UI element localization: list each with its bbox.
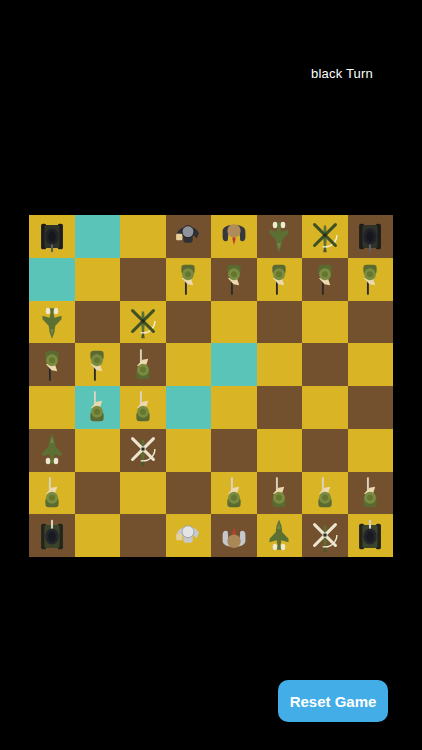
piece-black-soldier: [77, 346, 117, 384]
square-d5[interactable]: [166, 343, 212, 386]
square-d6[interactable]: [166, 301, 212, 344]
square-e3[interactable]: [211, 429, 257, 472]
piece-black-general: [214, 217, 254, 255]
piece-black-soldier: [305, 260, 345, 298]
piece-white-general: [214, 517, 254, 555]
piece-black-tank: [32, 217, 72, 255]
square-b3[interactable]: [75, 429, 121, 472]
square-a6[interactable]: [29, 301, 75, 344]
square-f4[interactable]: [257, 386, 303, 429]
reset-game-button[interactable]: Reset Game: [278, 680, 388, 722]
square-h1[interactable]: [348, 514, 394, 557]
piece-white-soldier: [77, 388, 117, 426]
square-b6[interactable]: [75, 301, 121, 344]
square-b1[interactable]: [75, 514, 121, 557]
piece-black-tank: [350, 217, 390, 255]
piece-black-helicopter: [305, 217, 345, 255]
square-c2[interactable]: [120, 472, 166, 515]
square-a1[interactable]: [29, 514, 75, 557]
board: [29, 215, 393, 557]
square-f1[interactable]: [257, 514, 303, 557]
piece-white-commander: [168, 517, 208, 555]
square-b2[interactable]: [75, 472, 121, 515]
piece-white-soldier: [123, 346, 163, 384]
piece-black-soldier: [350, 260, 390, 298]
square-c4[interactable]: [120, 386, 166, 429]
piece-white-jet: [32, 431, 72, 469]
piece-white-soldier: [305, 474, 345, 512]
square-f6[interactable]: [257, 301, 303, 344]
app-screen: black Turn Reset Game: [0, 0, 422, 750]
square-c5[interactable]: [120, 343, 166, 386]
square-f2[interactable]: [257, 472, 303, 515]
piece-black-jet: [259, 217, 299, 255]
square-g7[interactable]: [302, 258, 348, 301]
square-a8[interactable]: [29, 215, 75, 258]
square-f7[interactable]: [257, 258, 303, 301]
square-b7[interactable]: [75, 258, 121, 301]
square-e8[interactable]: [211, 215, 257, 258]
square-e7[interactable]: [211, 258, 257, 301]
piece-white-soldier: [123, 388, 163, 426]
square-e6[interactable]: [211, 301, 257, 344]
square-g3[interactable]: [302, 429, 348, 472]
square-g4[interactable]: [302, 386, 348, 429]
square-c6[interactable]: [120, 301, 166, 344]
square-b8[interactable]: [75, 215, 121, 258]
square-d2[interactable]: [166, 472, 212, 515]
square-h7[interactable]: [348, 258, 394, 301]
square-g6[interactable]: [302, 301, 348, 344]
square-e5[interactable]: [211, 343, 257, 386]
square-e2[interactable]: [211, 472, 257, 515]
square-c8[interactable]: [120, 215, 166, 258]
square-g1[interactable]: [302, 514, 348, 557]
square-g2[interactable]: [302, 472, 348, 515]
square-h2[interactable]: [348, 472, 394, 515]
piece-white-soldier: [259, 474, 299, 512]
piece-white-tank: [32, 517, 72, 555]
square-g5[interactable]: [302, 343, 348, 386]
square-a4[interactable]: [29, 386, 75, 429]
square-e1[interactable]: [211, 514, 257, 557]
piece-black-helicopter: [123, 303, 163, 341]
square-d7[interactable]: [166, 258, 212, 301]
square-d3[interactable]: [166, 429, 212, 472]
square-h5[interactable]: [348, 343, 394, 386]
piece-black-soldier: [259, 260, 299, 298]
piece-white-jet: [259, 517, 299, 555]
square-h4[interactable]: [348, 386, 394, 429]
square-a5[interactable]: [29, 343, 75, 386]
piece-white-soldier: [32, 474, 72, 512]
square-h6[interactable]: [348, 301, 394, 344]
piece-black-soldier: [168, 260, 208, 298]
square-f5[interactable]: [257, 343, 303, 386]
square-b4[interactable]: [75, 386, 121, 429]
piece-white-soldier: [350, 474, 390, 512]
square-b5[interactable]: [75, 343, 121, 386]
piece-black-soldier: [32, 346, 72, 384]
square-d8[interactable]: [166, 215, 212, 258]
piece-white-tank: [350, 517, 390, 555]
square-g8[interactable]: [302, 215, 348, 258]
square-c7[interactable]: [120, 258, 166, 301]
square-a2[interactable]: [29, 472, 75, 515]
piece-black-soldier: [214, 260, 254, 298]
square-c1[interactable]: [120, 514, 166, 557]
piece-white-helicopter: [123, 431, 163, 469]
piece-white-soldier: [214, 474, 254, 512]
square-a7[interactable]: [29, 258, 75, 301]
square-c3[interactable]: [120, 429, 166, 472]
square-f8[interactable]: [257, 215, 303, 258]
square-f3[interactable]: [257, 429, 303, 472]
piece-black-jet: [32, 303, 72, 341]
square-h3[interactable]: [348, 429, 394, 472]
piece-white-helicopter: [305, 517, 345, 555]
square-a3[interactable]: [29, 429, 75, 472]
piece-black-commander: [168, 217, 208, 255]
square-d4[interactable]: [166, 386, 212, 429]
square-e4[interactable]: [211, 386, 257, 429]
square-d1[interactable]: [166, 514, 212, 557]
turn-indicator: black Turn: [311, 66, 373, 81]
square-h8[interactable]: [348, 215, 394, 258]
